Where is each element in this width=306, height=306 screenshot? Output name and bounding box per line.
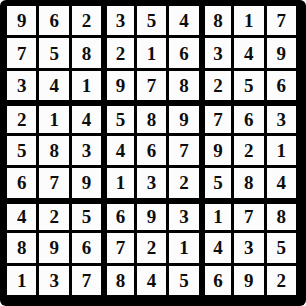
cell-r4c7[interactable]: 7	[205, 106, 231, 132]
cell-r6c4[interactable]: 1	[107, 168, 133, 197]
cell-r5c6[interactable]: 7	[169, 136, 198, 165]
cell-r9c6[interactable]: 5	[169, 266, 198, 295]
cell-r6c3[interactable]: 9	[72, 168, 101, 197]
cell-r7c9[interactable]: 8	[267, 204, 296, 230]
cell-r5c4[interactable]: 4	[107, 136, 133, 165]
cell-r3c1[interactable]: 3	[7, 71, 36, 100]
cell-r7c8[interactable]: 7	[234, 204, 263, 230]
cell-r8c1[interactable]: 8	[7, 233, 36, 262]
cell-r6c8[interactable]: 8	[234, 168, 263, 197]
cell-r8c3[interactable]: 6	[72, 233, 101, 262]
cell-r3c5[interactable]: 7	[137, 71, 166, 100]
cell-r1c5[interactable]: 5	[137, 6, 166, 35]
cell-r2c5[interactable]: 1	[137, 38, 166, 67]
cell-r8c7[interactable]: 4	[205, 233, 231, 262]
cell-r6c2[interactable]: 7	[39, 168, 68, 197]
cell-r7c2[interactable]: 2	[39, 204, 68, 230]
cell-r4c4[interactable]: 5	[107, 106, 133, 132]
sudoku-board: 9623548177582163493419782562145897635834…	[0, 0, 306, 306]
cell-r1c6[interactable]: 4	[169, 6, 198, 35]
cell-r1c8[interactable]: 1	[234, 6, 263, 35]
cell-r1c4[interactable]: 3	[107, 6, 133, 35]
cell-r3c4[interactable]: 9	[107, 71, 133, 100]
cell-r9c4[interactable]: 8	[107, 266, 133, 295]
cell-r5c1[interactable]: 5	[7, 136, 36, 165]
cell-r2c3[interactable]: 8	[72, 38, 101, 67]
cell-r4c8[interactable]: 6	[234, 106, 263, 132]
cell-r1c3[interactable]: 2	[72, 6, 101, 35]
cell-r4c1[interactable]: 2	[7, 106, 36, 132]
cell-r3c7[interactable]: 2	[205, 71, 231, 100]
cell-r9c3[interactable]: 7	[72, 266, 101, 295]
cell-r8c5[interactable]: 2	[137, 233, 166, 262]
cell-r6c6[interactable]: 2	[169, 168, 198, 197]
cell-r3c8[interactable]: 5	[234, 71, 263, 100]
cell-r1c1[interactable]: 9	[7, 6, 36, 35]
cell-r2c4[interactable]: 2	[107, 38, 133, 67]
cell-r4c6[interactable]: 9	[169, 106, 198, 132]
cell-r9c5[interactable]: 4	[137, 266, 166, 295]
cell-r4c3[interactable]: 4	[72, 106, 101, 132]
cell-r3c6[interactable]: 8	[169, 71, 198, 100]
cell-r7c1[interactable]: 4	[7, 204, 36, 230]
cell-r9c9[interactable]: 2	[267, 266, 296, 295]
cell-r7c6[interactable]: 3	[169, 204, 198, 230]
cell-r7c7[interactable]: 1	[205, 204, 231, 230]
cell-r2c8[interactable]: 4	[234, 38, 263, 67]
cell-r9c1[interactable]: 1	[7, 266, 36, 295]
cell-r5c7[interactable]: 9	[205, 136, 231, 165]
cell-r2c9[interactable]: 9	[267, 38, 296, 67]
cell-r8c2[interactable]: 9	[39, 233, 68, 262]
cell-r8c4[interactable]: 7	[107, 233, 133, 262]
cell-r9c2[interactable]: 3	[39, 266, 68, 295]
cell-r7c5[interactable]: 9	[137, 204, 166, 230]
cell-r5c3[interactable]: 3	[72, 136, 101, 165]
cell-r5c9[interactable]: 1	[267, 136, 296, 165]
cell-r5c5[interactable]: 6	[137, 136, 166, 165]
cell-r6c7[interactable]: 5	[205, 168, 231, 197]
cell-r6c9[interactable]: 4	[267, 168, 296, 197]
cell-r2c2[interactable]: 5	[39, 38, 68, 67]
cell-r3c3[interactable]: 1	[72, 71, 101, 100]
cell-r7c3[interactable]: 5	[72, 204, 101, 230]
cell-r2c7[interactable]: 3	[205, 38, 231, 67]
cell-r2c6[interactable]: 6	[169, 38, 198, 67]
cell-r5c8[interactable]: 2	[234, 136, 263, 165]
cell-r3c2[interactable]: 4	[39, 71, 68, 100]
cell-r4c5[interactable]: 8	[137, 106, 166, 132]
cell-r1c9[interactable]: 7	[267, 6, 296, 35]
cell-r5c2[interactable]: 8	[39, 136, 68, 165]
cell-r8c8[interactable]: 3	[234, 233, 263, 262]
cell-r6c1[interactable]: 6	[7, 168, 36, 197]
cell-r3c9[interactable]: 6	[267, 71, 296, 100]
cell-r1c2[interactable]: 6	[39, 6, 68, 35]
cell-r9c8[interactable]: 9	[234, 266, 263, 295]
cell-r6c5[interactable]: 3	[137, 168, 166, 197]
cell-r8c9[interactable]: 5	[267, 233, 296, 262]
cell-r8c6[interactable]: 1	[169, 233, 198, 262]
cell-r4c2[interactable]: 1	[39, 106, 68, 132]
cell-r1c7[interactable]: 8	[205, 6, 231, 35]
cell-r7c4[interactable]: 6	[107, 204, 133, 230]
cell-r4c9[interactable]: 3	[267, 106, 296, 132]
cell-r9c7[interactable]: 6	[205, 266, 231, 295]
sudoku-grid: 9623548177582163493419782562145897635834…	[7, 6, 296, 295]
cell-r2c1[interactable]: 7	[7, 38, 36, 67]
